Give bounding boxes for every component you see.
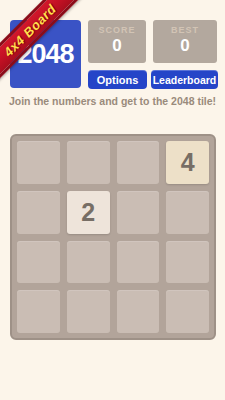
best-box: BEST 0 xyxy=(153,20,217,63)
score-value: 0 xyxy=(88,36,146,56)
logo-2048-tile: 2048 xyxy=(10,20,81,88)
empty-cell-r1c3 xyxy=(117,141,160,184)
empty-cell-r2c1 xyxy=(17,191,60,234)
best-value: 0 xyxy=(153,36,217,56)
empty-cell-r3c4 xyxy=(166,241,209,284)
empty-cell-r4c1 xyxy=(17,290,60,333)
score-label: SCORE xyxy=(88,25,146,36)
tagline: Join the numbers and get to the 2048 til… xyxy=(0,95,225,107)
best-label: BEST xyxy=(153,25,217,36)
leaderboard-button[interactable]: Leaderboard xyxy=(151,70,218,89)
empty-cell-r2c3 xyxy=(117,191,160,234)
game-board[interactable]: 42 xyxy=(10,134,216,340)
tile-2-r2c2: 2 xyxy=(67,191,110,234)
app-screen: 2048 SCORE 0 BEST 0 Options Leaderboard … xyxy=(0,0,225,400)
score-box: SCORE 0 xyxy=(88,20,146,63)
empty-cell-r3c3 xyxy=(117,241,160,284)
options-button[interactable]: Options xyxy=(88,70,147,89)
empty-cell-r4c3 xyxy=(117,290,160,333)
empty-cell-r2c4 xyxy=(166,191,209,234)
empty-cell-r4c2 xyxy=(67,290,110,333)
empty-cell-r4c4 xyxy=(166,290,209,333)
empty-cell-r3c1 xyxy=(17,241,60,284)
empty-cell-r3c2 xyxy=(67,241,110,284)
tile-4-r1c4: 4 xyxy=(166,141,209,184)
empty-cell-r1c1 xyxy=(17,141,60,184)
empty-cell-r1c2 xyxy=(67,141,110,184)
logo-title: 2048 xyxy=(17,39,73,70)
